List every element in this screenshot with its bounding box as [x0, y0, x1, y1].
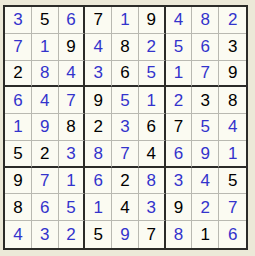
cell-r3c9[interactable]: 9	[219, 61, 246, 88]
cell-r3c7[interactable]: 1	[166, 61, 193, 88]
cell-r5c1[interactable]: 1	[5, 114, 32, 141]
cell-r9c7[interactable]: 8	[166, 221, 193, 248]
cell-r4c7[interactable]: 2	[166, 87, 193, 114]
cell-r1c9[interactable]: 2	[219, 7, 246, 34]
cell-r7c6[interactable]: 8	[139, 168, 166, 195]
cell-r5c3[interactable]: 8	[59, 114, 86, 141]
cell-r4c5[interactable]: 5	[112, 87, 139, 114]
cell-r6c4[interactable]: 8	[85, 141, 112, 168]
cell-r1c4[interactable]: 7	[85, 7, 112, 34]
cell-r1c3[interactable]: 6	[59, 7, 86, 34]
cell-r1c2[interactable]: 5	[32, 7, 59, 34]
cell-r9c4[interactable]: 5	[85, 221, 112, 248]
cell-r2c5[interactable]: 8	[112, 34, 139, 61]
cell-r9c2[interactable]: 3	[32, 221, 59, 248]
cell-r8c7[interactable]: 9	[166, 194, 193, 221]
cell-r8c9[interactable]: 7	[219, 194, 246, 221]
cell-r7c7[interactable]: 3	[166, 168, 193, 195]
cell-r7c4[interactable]: 6	[85, 168, 112, 195]
cell-r7c3[interactable]: 1	[59, 168, 86, 195]
cell-r7c5[interactable]: 2	[112, 168, 139, 195]
cell-r8c2[interactable]: 6	[32, 194, 59, 221]
cell-r6c2[interactable]: 2	[32, 141, 59, 168]
cell-r6c3[interactable]: 3	[59, 141, 86, 168]
cell-r9c6[interactable]: 7	[139, 221, 166, 248]
cell-r4c9[interactable]: 8	[219, 87, 246, 114]
cell-r5c4[interactable]: 2	[85, 114, 112, 141]
cell-r6c7[interactable]: 6	[166, 141, 193, 168]
cell-r3c6[interactable]: 5	[139, 61, 166, 88]
cell-r2c7[interactable]: 5	[166, 34, 193, 61]
cell-r7c1[interactable]: 9	[5, 168, 32, 195]
cell-r5c9[interactable]: 4	[219, 114, 246, 141]
cell-r1c1[interactable]: 3	[5, 7, 32, 34]
cell-r1c5[interactable]: 1	[112, 7, 139, 34]
cell-r4c4[interactable]: 9	[85, 87, 112, 114]
cell-r3c5[interactable]: 6	[112, 61, 139, 88]
cell-r8c5[interactable]: 4	[112, 194, 139, 221]
cell-r9c5[interactable]: 9	[112, 221, 139, 248]
cell-r7c8[interactable]: 4	[192, 168, 219, 195]
cell-r1c8[interactable]: 8	[192, 7, 219, 34]
cell-r2c6[interactable]: 2	[139, 34, 166, 61]
cell-r9c8[interactable]: 1	[192, 221, 219, 248]
cell-r4c3[interactable]: 7	[59, 87, 86, 114]
cell-r5c2[interactable]: 9	[32, 114, 59, 141]
cell-r9c1[interactable]: 4	[5, 221, 32, 248]
cell-r6c8[interactable]: 9	[192, 141, 219, 168]
cell-r7c9[interactable]: 5	[219, 168, 246, 195]
cell-r3c2[interactable]: 8	[32, 61, 59, 88]
cell-r4c1[interactable]: 6	[5, 87, 32, 114]
cell-r6c1[interactable]: 5	[5, 141, 32, 168]
cell-r8c8[interactable]: 2	[192, 194, 219, 221]
cell-r3c4[interactable]: 3	[85, 61, 112, 88]
cell-r8c3[interactable]: 5	[59, 194, 86, 221]
cell-r5c6[interactable]: 6	[139, 114, 166, 141]
cell-r8c4[interactable]: 1	[85, 194, 112, 221]
cell-r2c8[interactable]: 6	[192, 34, 219, 61]
cell-r9c3[interactable]: 2	[59, 221, 86, 248]
cell-r1c7[interactable]: 4	[166, 7, 193, 34]
cell-r3c1[interactable]: 2	[5, 61, 32, 88]
cell-r2c9[interactable]: 3	[219, 34, 246, 61]
cell-r2c2[interactable]: 1	[32, 34, 59, 61]
cell-r7c2[interactable]: 7	[32, 168, 59, 195]
cell-r2c1[interactable]: 7	[5, 34, 32, 61]
cell-r6c9[interactable]: 1	[219, 141, 246, 168]
cell-r3c8[interactable]: 7	[192, 61, 219, 88]
cell-r6c6[interactable]: 4	[139, 141, 166, 168]
cell-r5c7[interactable]: 7	[166, 114, 193, 141]
cell-r2c3[interactable]: 9	[59, 34, 86, 61]
cell-r6c5[interactable]: 7	[112, 141, 139, 168]
cell-r4c8[interactable]: 3	[192, 87, 219, 114]
cell-r8c1[interactable]: 8	[5, 194, 32, 221]
cell-r8c6[interactable]: 3	[139, 194, 166, 221]
cell-r4c6[interactable]: 1	[139, 87, 166, 114]
cell-r5c8[interactable]: 5	[192, 114, 219, 141]
cell-r2c4[interactable]: 4	[85, 34, 112, 61]
cell-r4c2[interactable]: 4	[32, 87, 59, 114]
cell-r1c6[interactable]: 9	[139, 7, 166, 34]
cell-r3c3[interactable]: 4	[59, 61, 86, 88]
cell-r5c5[interactable]: 3	[112, 114, 139, 141]
cell-r9c9[interactable]: 6	[219, 221, 246, 248]
sudoku-board: 3567194827194825632843651796479512381982…	[3, 5, 248, 250]
